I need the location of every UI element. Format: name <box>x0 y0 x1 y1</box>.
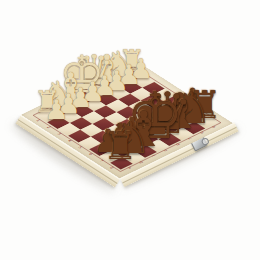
rank-label-4: 4 <box>67 139 73 142</box>
file-label-b: b <box>199 131 205 134</box>
rank-label-1: 1 <box>35 119 41 122</box>
board-frame: ♜♟♟♜♞♟♟♞♝♟♟♝♛♟♟♛♚♟♟♚♝♟♟♝♞♟♟♞♜♟♟♜ 1234567… <box>21 60 233 179</box>
product-photo: ♜♟♟♜♞♟♟♞♝♟♟♝♛♟♟♛♚♟♟♚♝♟♟♝♞♟♟♞♜♟♟♜ 1234567… <box>0 0 260 260</box>
rank-label-5: 5 <box>77 146 83 149</box>
rank-label-3: 3 <box>56 132 62 135</box>
rank-label-7: 7 <box>98 159 104 162</box>
rank-label-2: 2 <box>46 125 52 128</box>
chess-board: ♜♟♟♜♞♟♟♞♝♟♟♝♛♟♟♛♚♟♟♚♝♟♟♝♞♟♟♞♜♟♟♜ 1234567… <box>21 60 233 179</box>
file-label-d: d <box>175 143 181 146</box>
piece-white-rook-a1: ♜ <box>102 46 162 76</box>
file-label-a: a <box>211 125 217 128</box>
rank-label-6: 6 <box>88 153 94 156</box>
file-label-e: e <box>163 149 169 152</box>
file-label-f: f <box>151 155 156 158</box>
file-label-h: h <box>127 166 133 169</box>
file-label-c: c <box>187 137 193 140</box>
file-label-g: g <box>139 160 145 163</box>
rank-label-8: 8 <box>109 166 115 169</box>
